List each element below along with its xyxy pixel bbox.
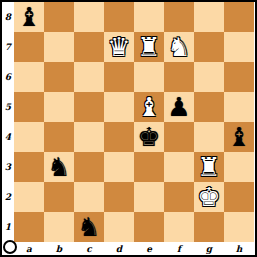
piece-white-king[interactable]: ♚: [194, 182, 224, 212]
square-g4[interactable]: [194, 122, 224, 152]
file-label-f: f: [164, 242, 194, 255]
square-f4[interactable]: [164, 122, 194, 152]
square-h2[interactable]: [224, 182, 254, 212]
piece-white-knight[interactable]: ♞: [164, 32, 194, 62]
square-a8[interactable]: ♝: [14, 2, 44, 32]
square-h4[interactable]: ♝: [224, 122, 254, 152]
square-c6[interactable]: [74, 62, 104, 92]
square-h5[interactable]: [224, 92, 254, 122]
square-d2[interactable]: [104, 182, 134, 212]
rank-label-4: 4: [2, 122, 14, 152]
piece-black-bishop[interactable]: ♝: [224, 122, 254, 152]
square-f1[interactable]: [164, 212, 194, 242]
rank-label-3: 3: [2, 152, 14, 182]
piece-white-rook[interactable]: ♜: [134, 32, 164, 62]
square-f3[interactable]: [164, 152, 194, 182]
piece-black-bishop[interactable]: ♝: [14, 2, 44, 32]
square-g7[interactable]: [194, 32, 224, 62]
square-e4[interactable]: ♚: [134, 122, 164, 152]
square-a6[interactable]: [14, 62, 44, 92]
square-h1[interactable]: [224, 212, 254, 242]
square-c1[interactable]: ♞: [74, 212, 104, 242]
piece-white-bishop[interactable]: ♝: [134, 92, 164, 122]
file-label-d: d: [104, 242, 134, 255]
square-d3[interactable]: [104, 152, 134, 182]
rank-label-6: 6: [2, 62, 14, 92]
square-f8[interactable]: [164, 2, 194, 32]
square-a3[interactable]: [14, 152, 44, 182]
rank-label-5: 5: [2, 92, 14, 122]
square-f6[interactable]: [164, 62, 194, 92]
square-b4[interactable]: [44, 122, 74, 152]
square-g5[interactable]: [194, 92, 224, 122]
file-label-g: g: [194, 242, 224, 255]
square-d7[interactable]: ♛: [104, 32, 134, 62]
square-g1[interactable]: [194, 212, 224, 242]
piece-black-pawn[interactable]: ♟: [164, 92, 194, 122]
file-label-e: e: [134, 242, 164, 255]
rank-label-1: 1: [2, 212, 14, 242]
square-c3[interactable]: [74, 152, 104, 182]
square-c7[interactable]: [74, 32, 104, 62]
square-f5[interactable]: ♟: [164, 92, 194, 122]
square-g2[interactable]: ♚: [194, 182, 224, 212]
square-a2[interactable]: [14, 182, 44, 212]
square-b1[interactable]: [44, 212, 74, 242]
square-e8[interactable]: [134, 2, 164, 32]
square-f7[interactable]: ♞: [164, 32, 194, 62]
square-b8[interactable]: [44, 2, 74, 32]
square-e3[interactable]: [134, 152, 164, 182]
file-label-a: a: [14, 242, 44, 255]
square-g3[interactable]: ♜: [194, 152, 224, 182]
square-d5[interactable]: [104, 92, 134, 122]
square-a4[interactable]: [14, 122, 44, 152]
square-c2[interactable]: [74, 182, 104, 212]
square-d1[interactable]: [104, 212, 134, 242]
piece-white-queen[interactable]: ♛: [104, 32, 134, 62]
file-label-b: b: [44, 242, 74, 255]
rank-label-8: 8: [2, 2, 14, 32]
square-e5[interactable]: ♝: [134, 92, 164, 122]
square-c5[interactable]: [74, 92, 104, 122]
square-c8[interactable]: [74, 2, 104, 32]
file-label-h: h: [224, 242, 254, 255]
rank-labels: 87654321: [2, 2, 14, 242]
square-h3[interactable]: [224, 152, 254, 182]
square-e2[interactable]: [134, 182, 164, 212]
square-g8[interactable]: [194, 2, 224, 32]
file-labels: abcdefgh: [14, 242, 254, 255]
square-e6[interactable]: [134, 62, 164, 92]
piece-black-knight[interactable]: ♞: [44, 152, 74, 182]
square-e7[interactable]: ♜: [134, 32, 164, 62]
piece-black-king[interactable]: ♚: [134, 122, 164, 152]
square-h7[interactable]: [224, 32, 254, 62]
square-b7[interactable]: [44, 32, 74, 62]
square-d4[interactable]: [104, 122, 134, 152]
square-b6[interactable]: [44, 62, 74, 92]
square-d6[interactable]: [104, 62, 134, 92]
square-a1[interactable]: [14, 212, 44, 242]
square-a7[interactable]: [14, 32, 44, 62]
board: ♝♛♜♞♝♟♚♝♞♜♚♞: [14, 2, 254, 242]
square-b2[interactable]: [44, 182, 74, 212]
square-b5[interactable]: [44, 92, 74, 122]
rank-label-7: 7: [2, 32, 14, 62]
piece-white-rook[interactable]: ♜: [194, 152, 224, 182]
square-f2[interactable]: [164, 182, 194, 212]
square-g6[interactable]: [194, 62, 224, 92]
square-c4[interactable]: [74, 122, 104, 152]
square-b3[interactable]: ♞: [44, 152, 74, 182]
piece-black-knight[interactable]: ♞: [74, 212, 104, 242]
file-label-c: c: [74, 242, 104, 255]
square-e1[interactable]: [134, 212, 164, 242]
chess-diagram: 87654321 ♝♛♜♞♝♟♚♝♞♜♚♞ abcdefgh: [0, 0, 257, 257]
square-h8[interactable]: [224, 2, 254, 32]
square-h6[interactable]: [224, 62, 254, 92]
square-d8[interactable]: [104, 2, 134, 32]
rank-label-2: 2: [2, 182, 14, 212]
side-to-move-indicator: [3, 240, 17, 254]
diagram-layout: 87654321 ♝♛♜♞♝♟♚♝♞♜♚♞ abcdefgh: [2, 2, 255, 255]
square-a5[interactable]: [14, 92, 44, 122]
